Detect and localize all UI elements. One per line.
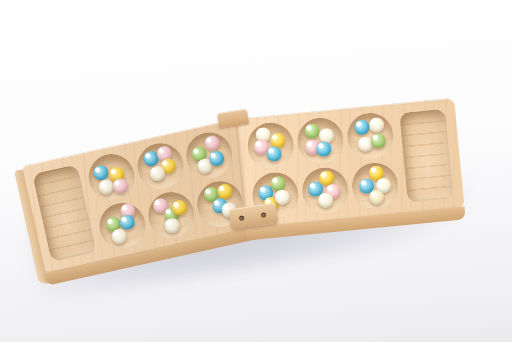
green-marble	[304, 123, 320, 139]
white-marble	[317, 192, 333, 208]
hinge-screw-icon	[239, 215, 245, 221]
cream-marble	[368, 189, 384, 205]
store-right	[399, 109, 453, 203]
pit-bottom-1[interactable]	[95, 198, 150, 253]
pit-top-6[interactable]	[345, 111, 395, 161]
blue-marble	[354, 119, 370, 135]
photo-scene	[0, 0, 512, 342]
pit-bottom-5[interactable]	[300, 166, 350, 216]
hinge-screw-icon	[261, 212, 267, 218]
green-marble	[370, 133, 386, 149]
pit-bottom-2[interactable]	[144, 188, 199, 243]
pit-bottom-6[interactable]	[350, 161, 400, 211]
blue-marble	[316, 141, 332, 157]
pit-top-1[interactable]	[84, 150, 139, 205]
pit-top-4[interactable]	[246, 121, 296, 171]
pit-top-3[interactable]	[182, 128, 237, 183]
store-left	[32, 164, 96, 262]
pit-top-2[interactable]	[133, 139, 188, 194]
pit-area-left	[20, 119, 235, 167]
white-marble	[368, 117, 384, 133]
pit-top-5[interactable]	[295, 116, 345, 166]
blue-marble	[266, 145, 282, 161]
